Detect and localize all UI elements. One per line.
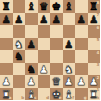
square-f5[interactable]: ♟ bbox=[63, 38, 76, 51]
square-d3[interactable]: ♟ bbox=[38, 63, 51, 76]
piece-white-rook[interactable]: ♜ bbox=[88, 88, 101, 101]
coord-rank-4: 4 bbox=[96, 51, 99, 55]
piece-black-knight[interactable]: ♞ bbox=[13, 50, 26, 63]
piece-black-pawn[interactable]: ♟ bbox=[75, 13, 88, 26]
coord-rank-6: 6 bbox=[96, 26, 99, 30]
piece-white-pawn[interactable]: ♟ bbox=[25, 75, 38, 88]
square-a5[interactable] bbox=[0, 38, 13, 51]
square-e2[interactable]: ♛ bbox=[50, 75, 63, 88]
square-d1[interactable]: d bbox=[38, 88, 51, 101]
square-b4[interactable]: ♞ bbox=[13, 50, 26, 63]
square-h5[interactable]: 5 bbox=[88, 38, 101, 51]
square-e6[interactable] bbox=[50, 25, 63, 38]
square-b3[interactable] bbox=[13, 63, 26, 76]
square-e7[interactable]: ♟ bbox=[50, 13, 63, 26]
square-g5[interactable] bbox=[75, 38, 88, 51]
square-d5[interactable] bbox=[38, 38, 51, 51]
square-b2[interactable] bbox=[13, 75, 26, 88]
square-b8[interactable] bbox=[13, 0, 26, 13]
square-e3[interactable] bbox=[50, 63, 63, 76]
piece-white-pawn[interactable]: ♟ bbox=[88, 75, 101, 88]
piece-black-pawn[interactable]: ♟ bbox=[88, 13, 101, 26]
square-a3[interactable] bbox=[0, 63, 13, 76]
square-c4[interactable] bbox=[25, 50, 38, 63]
square-a1[interactable]: ♜a bbox=[0, 88, 13, 101]
square-d8[interactable]: ♛ bbox=[38, 0, 51, 13]
square-e1[interactable]: ♚e bbox=[50, 88, 63, 101]
square-c8[interactable]: ♝ bbox=[25, 0, 38, 13]
square-d7[interactable]: ♟ bbox=[38, 13, 51, 26]
square-c7[interactable] bbox=[25, 13, 38, 26]
square-g3[interactable] bbox=[75, 63, 88, 76]
square-h4[interactable]: 4 bbox=[88, 50, 101, 63]
square-h8[interactable]: ♜8 bbox=[88, 0, 101, 13]
piece-black-rook[interactable]: ♜ bbox=[88, 0, 101, 13]
square-a2[interactable]: ♟ bbox=[0, 75, 13, 88]
square-h7[interactable]: ♟7 bbox=[88, 13, 101, 26]
piece-white-pawn[interactable]: ♟ bbox=[75, 75, 88, 88]
square-f2[interactable]: ♟ bbox=[63, 75, 76, 88]
square-f6[interactable] bbox=[63, 25, 76, 38]
square-b1[interactable]: b bbox=[13, 88, 26, 101]
coord-file-b: b bbox=[21, 96, 24, 100]
piece-black-pawn[interactable]: ♟ bbox=[0, 13, 13, 26]
piece-white-queen[interactable]: ♛ bbox=[50, 75, 63, 88]
piece-white-pawn[interactable]: ♟ bbox=[38, 63, 51, 76]
piece-black-pawn[interactable]: ♟ bbox=[38, 13, 51, 26]
square-f4[interactable] bbox=[63, 50, 76, 63]
square-g4[interactable] bbox=[75, 50, 88, 63]
piece-black-pawn[interactable]: ♟ bbox=[25, 38, 38, 51]
square-d2[interactable] bbox=[38, 75, 51, 88]
square-c1[interactable]: ♝c bbox=[25, 88, 38, 101]
square-d4[interactable] bbox=[38, 50, 51, 63]
square-a4[interactable] bbox=[0, 50, 13, 63]
square-c2[interactable]: ♟ bbox=[25, 75, 38, 88]
piece-black-bishop[interactable]: ♝ bbox=[63, 0, 76, 13]
square-b5[interactable]: ♞ bbox=[13, 38, 26, 51]
square-h3[interactable]: 3 bbox=[88, 63, 101, 76]
square-a6[interactable] bbox=[0, 25, 13, 38]
coord-file-d: d bbox=[46, 96, 49, 100]
piece-black-bishop[interactable]: ♝ bbox=[25, 0, 38, 13]
square-h1[interactable]: ♜h1 bbox=[88, 88, 101, 101]
square-b6[interactable] bbox=[13, 25, 26, 38]
square-e5[interactable] bbox=[50, 38, 63, 51]
coord-file-g: g bbox=[84, 96, 87, 100]
piece-black-pawn[interactable]: ♟ bbox=[50, 13, 63, 26]
square-g7[interactable]: ♟ bbox=[75, 13, 88, 26]
square-c5[interactable]: ♟ bbox=[25, 38, 38, 51]
piece-white-rook[interactable]: ♜ bbox=[0, 88, 13, 101]
square-a7[interactable]: ♟ bbox=[0, 13, 13, 26]
piece-white-knight[interactable]: ♞ bbox=[13, 38, 26, 51]
piece-black-pawn[interactable]: ♟ bbox=[13, 13, 26, 26]
piece-white-bishop[interactable]: ♝ bbox=[63, 88, 76, 101]
square-g8[interactable] bbox=[75, 0, 88, 13]
square-f8[interactable]: ♝ bbox=[63, 0, 76, 13]
piece-white-bishop[interactable]: ♝ bbox=[25, 88, 38, 101]
square-f1[interactable]: ♝f bbox=[63, 88, 76, 101]
chess-board: ♜♝♛♚♝♜8♟♟♟♟♟♟76♞♟♟5♞4♞♟♞3♟♟♛♟♟♟2♜ab♝cd♚e… bbox=[0, 0, 100, 100]
piece-white-pawn[interactable]: ♟ bbox=[63, 75, 76, 88]
square-c3[interactable]: ♞ bbox=[25, 63, 38, 76]
square-h2[interactable]: ♟2 bbox=[88, 75, 101, 88]
square-g6[interactable] bbox=[75, 25, 88, 38]
square-c6[interactable] bbox=[25, 25, 38, 38]
coord-rank-3: 3 bbox=[96, 63, 99, 67]
coord-rank-5: 5 bbox=[96, 38, 99, 42]
square-g1[interactable]: g bbox=[75, 88, 88, 101]
square-f7[interactable] bbox=[63, 13, 76, 26]
piece-white-pawn[interactable]: ♟ bbox=[0, 75, 13, 88]
piece-white-knight[interactable]: ♞ bbox=[63, 63, 76, 76]
piece-black-rook[interactable]: ♜ bbox=[0, 0, 13, 13]
piece-black-king[interactable]: ♚ bbox=[50, 0, 63, 13]
piece-black-pawn[interactable]: ♟ bbox=[63, 38, 76, 51]
square-e4[interactable] bbox=[50, 50, 63, 63]
piece-white-king[interactable]: ♚ bbox=[50, 88, 63, 101]
square-b7[interactable]: ♟ bbox=[13, 13, 26, 26]
square-h6[interactable]: 6 bbox=[88, 25, 101, 38]
piece-black-queen[interactable]: ♛ bbox=[38, 0, 51, 13]
square-e8[interactable]: ♚ bbox=[50, 0, 63, 13]
square-a8[interactable]: ♜ bbox=[0, 0, 13, 13]
square-d6[interactable] bbox=[38, 25, 51, 38]
square-f3[interactable]: ♞ bbox=[63, 63, 76, 76]
square-g2[interactable]: ♟ bbox=[75, 75, 88, 88]
piece-black-knight[interactable]: ♞ bbox=[25, 63, 38, 76]
